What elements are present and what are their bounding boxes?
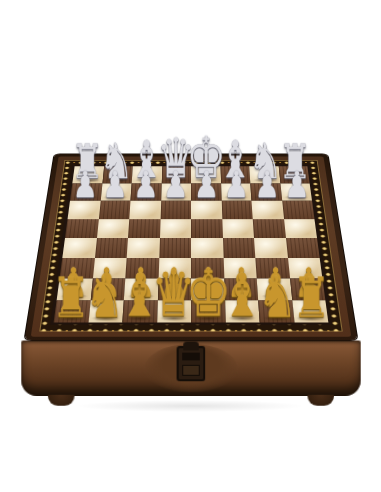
square-a8: ♜: [72, 166, 103, 183]
square-g4: [254, 238, 287, 258]
square-g8: ♞: [249, 166, 280, 183]
piece-white-knight: ♞: [257, 269, 297, 326]
square-f8: ♝: [220, 166, 250, 183]
square-c5: [128, 219, 160, 238]
square-g1: ♞: [258, 300, 294, 323]
piece-shadow: [254, 195, 279, 200]
piece-shadow: [253, 178, 278, 182]
square-e1: ♚: [191, 300, 225, 323]
square-f5: [222, 219, 254, 238]
square-h5: [284, 219, 317, 238]
square-e7: ♟: [191, 183, 221, 201]
piece-black-pawn: ♟: [72, 166, 98, 203]
square-f1: ♝: [225, 300, 260, 323]
piece-shadow: [163, 195, 188, 200]
piece-shadow: [103, 195, 128, 200]
piece-shadow: [133, 195, 158, 200]
square-g6: [251, 201, 283, 219]
latch-clasp-icon: [177, 346, 206, 381]
piece-shadow: [164, 178, 188, 182]
piece-shadow: [284, 195, 309, 200]
piece-shadow: [105, 178, 130, 182]
square-a5: [65, 219, 98, 238]
square-c4: [127, 238, 160, 258]
square-d5: [160, 219, 192, 238]
piece-black-knight: ♞: [100, 136, 134, 185]
square-d7: ♟: [161, 183, 191, 201]
square-b5: [97, 219, 130, 238]
piece-black-pawn: ♟: [102, 166, 128, 203]
piece-shadow: [73, 195, 98, 200]
square-b6: [98, 201, 130, 219]
piece-shadow: [134, 178, 159, 182]
box-front-panel: [21, 340, 360, 395]
square-f6: [221, 201, 252, 219]
chess-box-lid: ♜♞♝♛♚♝♞♜♟♟♟♟♟♟♟♟♟♟♟♟♟♟♟♟♜♞♝♛♚♝♞♜: [25, 154, 358, 341]
piece-shadow: [223, 178, 248, 182]
square-e6: [191, 201, 222, 219]
board-wood-band: ♜♞♝♛♚♝♞♜♟♟♟♟♟♟♟♟♟♟♟♟♟♟♟♟♜♞♝♛♚♝♞♜: [31, 156, 352, 336]
piece-black-rook: ♜: [279, 138, 312, 185]
square-d8: ♛: [161, 166, 191, 183]
box-foot-right: [307, 395, 334, 406]
mosaic-inlay-border: ♜♞♝♛♚♝♞♜♟♟♟♟♟♟♟♟♟♟♟♟♟♟♟♟♜♞♝♛♚♝♞♜: [39, 160, 343, 331]
piece-black-bishop: ♝: [218, 134, 254, 185]
square-g7: ♟: [250, 183, 281, 201]
board-inner-line: ♜♞♝♛♚♝♞♜♟♟♟♟♟♟♟♟♟♟♟♟♟♟♟♟♜♞♝♛♚♝♞♜: [50, 165, 332, 325]
square-c8: ♝: [132, 166, 162, 183]
square-b7: ♟: [100, 183, 131, 201]
box-foot-left: [48, 395, 75, 406]
square-b4: [95, 238, 128, 258]
piece-black-pawn: ♟: [284, 166, 310, 203]
board-grid: ♜♞♝♛♚♝♞♜♟♟♟♟♟♟♟♟♟♟♟♟♟♟♟♟♜♞♝♛♚♝♞♜: [54, 166, 329, 322]
square-g5: [253, 219, 286, 238]
square-e5: [191, 219, 223, 238]
square-c6: [129, 201, 160, 219]
piece-shadow: [194, 178, 218, 182]
square-a7: ♟: [70, 183, 102, 201]
piece-black-pawn: ♟: [133, 166, 159, 203]
piece-black-knight: ♞: [248, 136, 282, 185]
square-f7: ♟: [221, 183, 252, 201]
latch-tab: [183, 342, 199, 351]
piece-shadow: [282, 178, 307, 182]
square-h4: [286, 238, 320, 258]
square-h6: [282, 201, 315, 219]
piece-black-pawn: ♟: [193, 166, 219, 203]
square-h1: ♜: [292, 300, 329, 323]
square-h8: ♜: [278, 166, 309, 183]
product-photo-background: ♜♞♝♛♚♝♞♜♟♟♟♟♟♟♟♟♟♟♟♟♟♟♟♟♜♞♝♛♚♝♞♜: [0, 0, 381, 492]
square-c7: ♟: [131, 183, 162, 201]
square-a6: [68, 201, 101, 219]
square-b8: ♞: [102, 166, 133, 183]
piece-shadow: [224, 195, 249, 200]
square-h7: ♟: [280, 183, 312, 201]
piece-shadow: [194, 195, 219, 200]
piece-shadow: [75, 178, 100, 182]
square-d6: [160, 201, 191, 219]
board-outer-frame: ♜♞♝♛♚♝♞♜♟♟♟♟♟♟♟♟♟♟♟♟♟♟♟♟♜♞♝♛♚♝♞♜: [25, 154, 358, 341]
piece-black-rook: ♜: [70, 138, 103, 185]
piece-black-king: ♚: [186, 129, 226, 186]
piece-black-pawn: ♟: [224, 166, 250, 203]
piece-black-pawn: ♟: [163, 166, 189, 203]
box-ground-shadow: [75, 400, 305, 412]
piece-black-bishop: ♝: [129, 134, 165, 185]
piece-white-rook: ♜: [292, 271, 330, 326]
piece-black-pawn: ♟: [254, 166, 280, 203]
chess-box-scene: ♜♞♝♛♚♝♞♜♟♟♟♟♟♟♟♟♟♟♟♟♟♟♟♟♜♞♝♛♚♝♞♜: [41, 88, 341, 388]
square-e8: ♚: [191, 166, 221, 183]
square-a4: [62, 238, 96, 258]
piece-black-queen: ♛: [157, 131, 195, 186]
